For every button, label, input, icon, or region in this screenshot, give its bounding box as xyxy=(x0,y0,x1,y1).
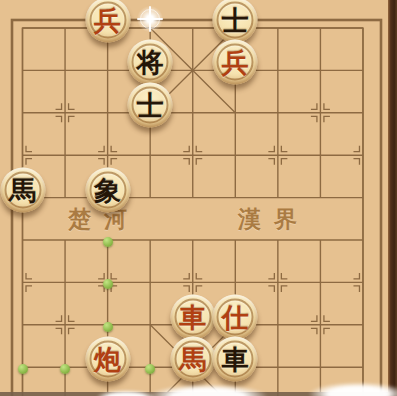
piece-ring xyxy=(217,2,254,39)
piece-red-advisor[interactable]: 仕 xyxy=(213,294,258,339)
move-hint-dot[interactable] xyxy=(103,322,113,332)
piece-black-chariot[interactable]: 車 xyxy=(213,337,258,382)
piece-ring xyxy=(132,44,169,81)
move-hint-dot[interactable] xyxy=(18,364,28,374)
piece-red-soldier-2[interactable]: 兵 xyxy=(213,40,258,85)
piece-ring xyxy=(89,2,126,39)
piece-red-cannon[interactable]: 炮 xyxy=(85,337,130,382)
piece-ring xyxy=(174,298,211,335)
piece-black-elephant[interactable]: 象 xyxy=(85,167,130,212)
piece-red-horse[interactable]: 馬 xyxy=(170,337,215,382)
piece-black-general[interactable]: 将 xyxy=(128,40,173,85)
table-edge-right xyxy=(388,0,397,396)
piece-ring xyxy=(89,341,126,378)
piece-ring xyxy=(217,44,254,81)
piece-red-chariot[interactable]: 車 xyxy=(170,294,215,339)
move-hint-dot[interactable] xyxy=(103,279,113,289)
piece-ring xyxy=(217,298,254,335)
piece-ring xyxy=(217,341,254,378)
move-hint-dot[interactable] xyxy=(60,364,70,374)
piece-ring xyxy=(174,341,211,378)
piece-ring xyxy=(132,86,169,123)
move-hint-dot[interactable] xyxy=(103,237,113,247)
table-edge-bottom xyxy=(0,392,397,396)
piece-black-advisor-2[interactable]: 士 xyxy=(128,82,173,127)
piece-ring xyxy=(4,171,41,208)
move-hint-dot[interactable] xyxy=(145,364,155,374)
xiangqi-board: 楚河 漢界 兵士将兵士馬象車仕炮馬車 xyxy=(0,0,397,396)
piece-ring xyxy=(89,171,126,208)
piece-black-horse[interactable]: 馬 xyxy=(0,167,45,212)
